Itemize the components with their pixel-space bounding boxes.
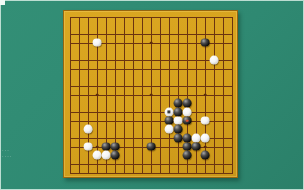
stone-white [93, 38, 102, 47]
stone-black [183, 99, 192, 108]
stone-white [210, 55, 219, 64]
screenshot-root: ··· ···· [0, 0, 304, 190]
stone-black [174, 99, 183, 108]
watermark-line2: ···· [2, 153, 12, 159]
stone-black [174, 107, 183, 116]
stone-black [165, 116, 174, 125]
frame-corner-square [0, 0, 5, 5]
stone-white [201, 133, 210, 142]
watermark: ··· ···· [2, 147, 12, 159]
stone-black [174, 125, 183, 134]
stone-black [201, 38, 210, 47]
stone-white [84, 142, 93, 151]
stone-black [183, 133, 192, 142]
hoshi-point [204, 93, 207, 96]
stone-white [165, 125, 174, 134]
stone-black [192, 142, 201, 151]
go-board[interactable] [63, 10, 238, 178]
stones-layer [70, 17, 232, 173]
stone-black [111, 142, 120, 151]
stone-black [102, 142, 111, 151]
stone-black [174, 133, 183, 142]
last-move-marker [186, 119, 189, 122]
stone-white [192, 133, 201, 142]
hoshi-point [204, 145, 207, 148]
stone-white [102, 151, 111, 160]
hoshi-point [96, 93, 99, 96]
stone-black [183, 151, 192, 160]
stone-white [174, 116, 183, 125]
stone-white [93, 151, 102, 160]
stone-black [201, 151, 210, 160]
hoshi-point [96, 145, 99, 148]
stone-black [183, 142, 192, 151]
stone-white [201, 116, 210, 125]
stone-black [147, 142, 156, 151]
stone-white [183, 107, 192, 116]
stone-white [84, 125, 93, 134]
square-marker [167, 110, 170, 113]
stone-black [111, 151, 120, 160]
hoshi-point [150, 41, 153, 44]
hoshi-point [150, 93, 153, 96]
